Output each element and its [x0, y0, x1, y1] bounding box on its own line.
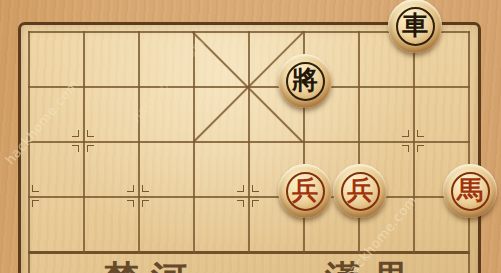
piece-red-soldier-right[interactable]: 兵: [333, 164, 387, 218]
piece-ring: 將: [286, 62, 325, 101]
position-marker: [402, 145, 409, 152]
piece-red-horse[interactable]: 馬: [443, 164, 497, 218]
xiangqi-app-screenshot: 楚河 漢界 hackhome.comhackhome.comhackhome.c…: [0, 0, 501, 273]
position-marker: [32, 200, 39, 207]
piece-label: 將: [292, 67, 318, 93]
piece-label: 馬: [457, 177, 483, 203]
position-marker: [142, 200, 149, 207]
piece-ring: 兵: [341, 172, 380, 211]
piece-label: 兵: [347, 177, 373, 203]
position-marker: [142, 185, 149, 192]
grid-line: [28, 31, 30, 273]
position-marker: [127, 200, 134, 207]
piece-black-chariot[interactable]: 車: [388, 0, 442, 53]
river-label-right: 漢界: [325, 260, 421, 273]
piece-ring: 馬: [451, 172, 490, 211]
position-marker: [87, 130, 94, 137]
piece-label: 車: [402, 12, 428, 38]
position-marker: [402, 130, 409, 137]
piece-ring: 兵: [286, 172, 325, 211]
grid-line: [358, 31, 360, 253]
position-marker: [87, 145, 94, 152]
position-marker: [417, 130, 424, 137]
piece-label: 兵: [292, 177, 318, 203]
grid-line: [468, 31, 470, 273]
position-marker: [32, 185, 39, 192]
position-marker: [252, 185, 259, 192]
position-marker: [417, 145, 424, 152]
grid-line: [83, 31, 85, 253]
river-label-left: 楚河: [103, 260, 199, 273]
grid-line: [138, 31, 140, 253]
position-marker: [252, 200, 259, 207]
grid-line: [413, 31, 415, 253]
piece-ring: 車: [396, 7, 435, 46]
piece-red-soldier-left[interactable]: 兵: [278, 164, 332, 218]
piece-black-general[interactable]: 將: [278, 54, 332, 108]
position-marker: [237, 185, 244, 192]
position-marker: [72, 145, 79, 152]
position-marker: [127, 185, 134, 192]
position-marker: [237, 200, 244, 207]
position-marker: [72, 130, 79, 137]
grid-line: [248, 31, 250, 253]
